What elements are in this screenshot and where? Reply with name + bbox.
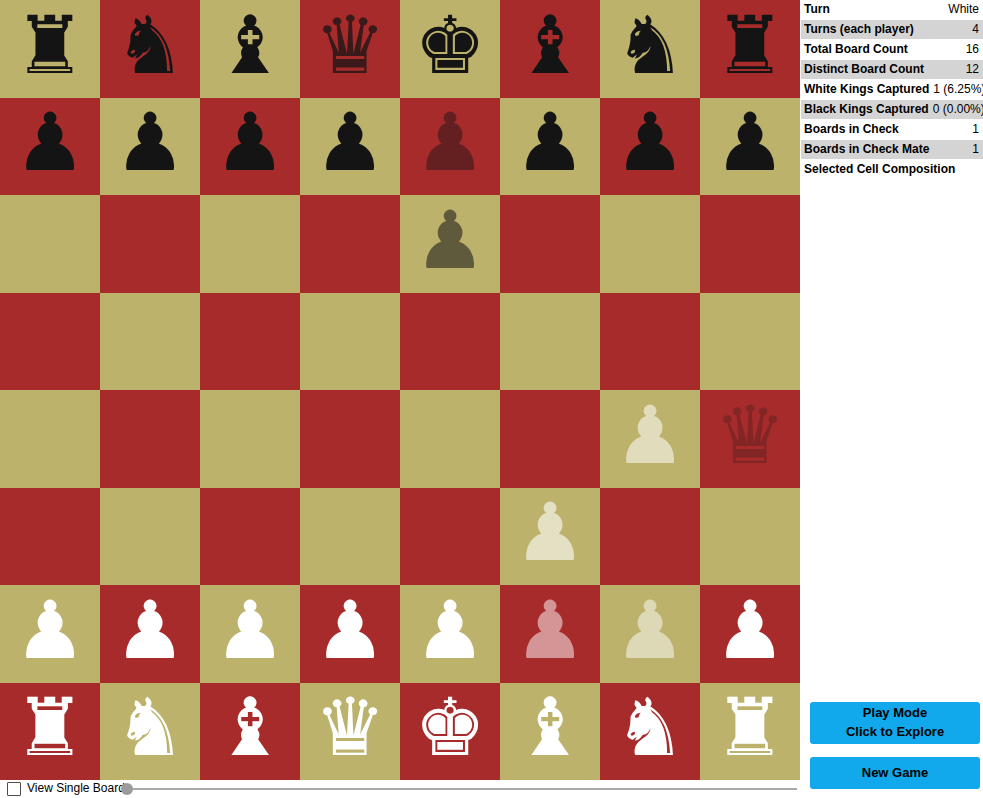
stat-label: Total Board Count (804, 40, 908, 59)
stat-label: Turns (each player) (804, 20, 914, 39)
square-f6[interactable] (500, 195, 600, 293)
square-a3[interactable] (0, 488, 100, 586)
play-mode-label-line2: Click to Explore (846, 723, 944, 742)
square-b3[interactable] (100, 488, 200, 586)
square-h4[interactable]: ♛ (700, 390, 800, 488)
square-c6[interactable] (200, 195, 300, 293)
stat-value: 4 (972, 20, 979, 39)
stat-value: 1 (972, 140, 979, 159)
piece-white-rook: ♜ (14, 688, 86, 768)
piece-white-pawn: ♟ (614, 396, 686, 476)
stat-value: 1 (972, 120, 979, 139)
square-d8[interactable]: ♛ (300, 0, 400, 98)
piece-white-pawn: ♟ (614, 591, 686, 671)
square-h7[interactable]: ♟ (700, 98, 800, 196)
square-a5[interactable] (0, 293, 100, 391)
square-e1[interactable]: ♚ (400, 683, 500, 781)
stat-label: Distinct Board Count (804, 60, 924, 79)
board-select-slider-thumb[interactable] (121, 783, 133, 795)
square-c3[interactable] (200, 488, 300, 586)
piece-black-pawn: ♟ (414, 103, 486, 183)
square-e4[interactable] (400, 390, 500, 488)
square-g4[interactable]: ♟ (600, 390, 700, 488)
piece-white-pawn: ♟ (714, 591, 786, 671)
stat-value: White (948, 0, 979, 19)
stat-row-turns-each-player: Turns (each player)4 (801, 20, 983, 40)
piece-white-pawn: ♟ (214, 591, 286, 671)
square-f8[interactable]: ♝ (500, 0, 600, 98)
square-h3[interactable] (700, 488, 800, 586)
square-b5[interactable] (100, 293, 200, 391)
square-f1[interactable]: ♝ (500, 683, 600, 781)
piece-black-rook: ♜ (714, 6, 786, 86)
square-d4[interactable] (300, 390, 400, 488)
square-a4[interactable] (0, 390, 100, 488)
square-d5[interactable] (300, 293, 400, 391)
stat-row-selected-cell-composition: Selected Cell Composition (801, 160, 983, 180)
square-h2[interactable]: ♟ (700, 585, 800, 683)
piece-black-pawn: ♟ (614, 103, 686, 183)
square-a7[interactable]: ♟ (0, 98, 100, 196)
stat-row-black-kings-captured: Black Kings Captured0 (0.00%) (801, 100, 983, 120)
piece-black-pawn: ♟ (514, 103, 586, 183)
piece-black-queen: ♛ (714, 396, 786, 476)
square-a6[interactable] (0, 195, 100, 293)
square-f4[interactable] (500, 390, 600, 488)
square-h6[interactable] (700, 195, 800, 293)
square-c1[interactable]: ♝ (200, 683, 300, 781)
stat-row-total-board-count: Total Board Count16 (801, 40, 983, 60)
board-select-slider-track[interactable] (127, 788, 797, 790)
square-e8[interactable]: ♚ (400, 0, 500, 98)
square-b8[interactable]: ♞ (100, 0, 200, 98)
chess-board: ♜♞♝♛♚♝♞♜♟♟♟♟♟♟♟♟♟♟♛♟♟♟♟♟♟♟♟♟♜♞♝♛♚♝♞♜ (0, 0, 800, 780)
piece-black-bishop: ♝ (514, 6, 586, 86)
square-g2[interactable]: ♟ (600, 585, 700, 683)
piece-black-pawn: ♟ (14, 103, 86, 183)
stat-label: Boards in Check (804, 120, 899, 139)
play-mode-label-line1: Play Mode (863, 704, 927, 723)
stat-label: Black Kings Captured (804, 100, 929, 119)
piece-black-pawn: ♟ (114, 103, 186, 183)
square-a8[interactable]: ♜ (0, 0, 100, 98)
square-c7[interactable]: ♟ (200, 98, 300, 196)
piece-white-bishop: ♝ (514, 688, 586, 768)
stat-row-distinct-board-count: Distinct Board Count12 (801, 60, 983, 80)
app-window: ♜♞♝♛♚♝♞♜♟♟♟♟♟♟♟♟♟♟♛♟♟♟♟♟♟♟♟♟♜♞♝♛♚♝♞♜ Tur… (0, 0, 983, 798)
square-b2[interactable]: ♟ (100, 585, 200, 683)
piece-white-pawn: ♟ (414, 591, 486, 671)
square-c5[interactable] (200, 293, 300, 391)
view-single-board-checkbox[interactable] (7, 782, 21, 796)
square-a1[interactable]: ♜ (0, 683, 100, 781)
square-e2[interactable]: ♟ (400, 585, 500, 683)
stat-value: 1 (6.25%) (933, 80, 983, 99)
stat-value: 0 (0.00%) (933, 100, 983, 119)
piece-black-pawn: ♟ (314, 103, 386, 183)
piece-white-knight: ♞ (114, 688, 186, 768)
piece-white-pawn: ♟ (314, 591, 386, 671)
view-single-board-label: View Single Board (27, 781, 125, 796)
square-f5[interactable] (500, 293, 600, 391)
square-h1[interactable]: ♜ (700, 683, 800, 781)
piece-white-king: ♚ (414, 688, 486, 768)
piece-white-queen: ♛ (314, 688, 386, 768)
square-f2[interactable]: ♟ (500, 585, 600, 683)
square-g7[interactable]: ♟ (600, 98, 700, 196)
stat-value: 16 (966, 40, 979, 59)
piece-black-knight: ♞ (614, 6, 686, 86)
square-h8[interactable]: ♜ (700, 0, 800, 98)
piece-white-pawn: ♟ (514, 493, 586, 573)
square-a2[interactable]: ♟ (0, 585, 100, 683)
square-f3[interactable]: ♟ (500, 488, 600, 586)
square-d3[interactable] (300, 488, 400, 586)
stat-label: Turn (804, 0, 830, 19)
new-game-label: New Game (862, 764, 928, 783)
piece-white-pawn: ♟ (14, 591, 86, 671)
play-mode-button[interactable]: Play Mode Click to Explore (810, 702, 980, 744)
piece-black-king: ♚ (414, 6, 486, 86)
piece-black-pawn: ♟ (414, 201, 486, 281)
square-d2[interactable]: ♟ (300, 585, 400, 683)
square-d7[interactable]: ♟ (300, 98, 400, 196)
piece-white-knight: ♞ (614, 688, 686, 768)
square-c8[interactable]: ♝ (200, 0, 300, 98)
stat-label: White Kings Captured (804, 80, 929, 99)
square-d6[interactable] (300, 195, 400, 293)
piece-black-rook: ♜ (14, 6, 86, 86)
square-g3[interactable] (600, 488, 700, 586)
square-g8[interactable]: ♞ (600, 0, 700, 98)
square-b7[interactable]: ♟ (100, 98, 200, 196)
square-g1[interactable]: ♞ (600, 683, 700, 781)
stats-panel: TurnWhiteTurns (each player)4Total Board… (801, 0, 983, 180)
piece-black-pawn: ♟ (214, 103, 286, 183)
piece-black-knight: ♞ (114, 6, 186, 86)
piece-white-bishop: ♝ (214, 688, 286, 768)
square-e3[interactable] (400, 488, 500, 586)
square-g5[interactable] (600, 293, 700, 391)
square-c2[interactable]: ♟ (200, 585, 300, 683)
piece-white-pawn: ♟ (114, 591, 186, 671)
piece-black-bishop: ♝ (214, 6, 286, 86)
square-f7[interactable]: ♟ (500, 98, 600, 196)
stat-row-white-kings-captured: White Kings Captured1 (6.25%) (801, 80, 983, 100)
piece-black-pawn: ♟ (714, 103, 786, 183)
stat-label: Selected Cell Composition (804, 160, 955, 179)
square-h5[interactable] (700, 293, 800, 391)
piece-white-rook: ♜ (714, 688, 786, 768)
piece-black-queen: ♛ (314, 6, 386, 86)
stat-row-turn: TurnWhite (801, 0, 983, 20)
square-b1[interactable]: ♞ (100, 683, 200, 781)
piece-white-pawn: ♟ (514, 591, 586, 671)
stat-row-boards-in-check-mate: Boards in Check Mate1 (801, 140, 983, 160)
stat-row-boards-in-check: Boards in Check1 (801, 120, 983, 140)
square-g6[interactable] (600, 195, 700, 293)
footer-bar: View Single Board (0, 780, 800, 798)
square-e6[interactable]: ♟ (400, 195, 500, 293)
square-e7[interactable]: ♟ (400, 98, 500, 196)
stat-value: 12 (966, 60, 979, 79)
square-e5[interactable] (400, 293, 500, 391)
stat-label: Boards in Check Mate (804, 140, 929, 159)
square-d1[interactable]: ♛ (300, 683, 400, 781)
square-c4[interactable] (200, 390, 300, 488)
new-game-button[interactable]: New Game (810, 757, 980, 789)
square-b6[interactable] (100, 195, 200, 293)
square-b4[interactable] (100, 390, 200, 488)
